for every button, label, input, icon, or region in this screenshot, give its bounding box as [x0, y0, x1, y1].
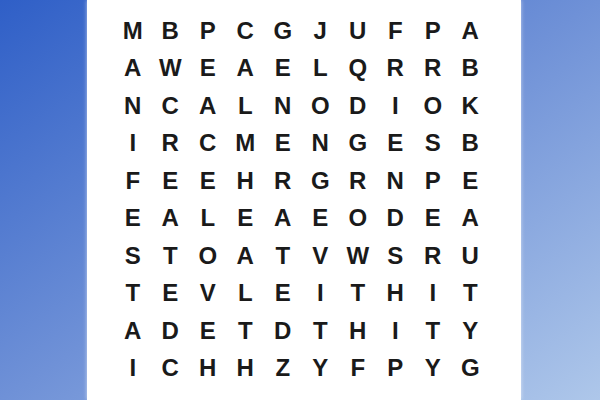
grid-cell[interactable]: F [339, 350, 377, 388]
grid-cell[interactable]: P [189, 12, 227, 50]
grid-cell[interactable]: E [152, 162, 190, 200]
grid-cell[interactable]: A [227, 237, 265, 275]
grid-cell[interactable]: E [264, 275, 302, 313]
grid-cell[interactable]: L [302, 50, 340, 88]
grid-cell[interactable]: V [189, 275, 227, 313]
grid-cell[interactable]: O [339, 200, 377, 238]
grid-cell[interactable]: R [264, 162, 302, 200]
grid-cell[interactable]: O [414, 87, 452, 125]
grid-cell[interactable]: A [152, 200, 190, 238]
grid-cell[interactable]: A [227, 50, 265, 88]
grid-cell[interactable]: G [302, 162, 340, 200]
grid-cell[interactable]: I [114, 350, 152, 388]
grid-cell[interactable]: I [414, 275, 452, 313]
grid-cell[interactable]: D [152, 312, 190, 350]
grid-cell[interactable]: E [152, 275, 190, 313]
grid-cell[interactable]: R [377, 50, 415, 88]
grid-cell[interactable]: A [452, 12, 490, 50]
grid-cell[interactable]: W [152, 50, 190, 88]
grid-cell[interactable]: E [264, 50, 302, 88]
grid-cell[interactable]: Y [302, 350, 340, 388]
grid-cell[interactable]: D [339, 87, 377, 125]
grid-cell[interactable]: H [227, 162, 265, 200]
grid-cell[interactable]: T [302, 312, 340, 350]
grid-cell[interactable]: Y [452, 312, 490, 350]
grid-cell[interactable]: G [339, 125, 377, 163]
grid-cell[interactable]: C [227, 12, 265, 50]
grid-cell[interactable]: P [414, 162, 452, 200]
grid-cell[interactable]: E [189, 162, 227, 200]
grid-cell[interactable]: T [339, 275, 377, 313]
grid-cell[interactable]: T [152, 237, 190, 275]
grid-cell[interactable]: U [339, 12, 377, 50]
grid-cell[interactable]: D [264, 312, 302, 350]
grid-cell[interactable]: K [452, 87, 490, 125]
grid-cell[interactable]: H [339, 312, 377, 350]
grid-cell[interactable]: H [227, 350, 265, 388]
background-gradient: MBPCGJUFPAAWEAELQRRBNCALNODIOKIRCMENGESB… [0, 0, 600, 400]
grid-cell[interactable]: T [414, 312, 452, 350]
grid-cell[interactable]: L [189, 200, 227, 238]
grid-cell[interactable]: O [189, 237, 227, 275]
grid-cell[interactable]: W [339, 237, 377, 275]
grid-cell[interactable]: C [152, 350, 190, 388]
grid-cell[interactable]: R [414, 237, 452, 275]
grid-cell[interactable]: U [452, 237, 490, 275]
grid-cell[interactable]: R [152, 125, 190, 163]
grid-cell[interactable]: B [452, 125, 490, 163]
grid-cell[interactable]: F [377, 12, 415, 50]
grid-cell[interactable]: T [264, 237, 302, 275]
grid-cell[interactable]: S [114, 237, 152, 275]
grid-cell[interactable]: C [152, 87, 190, 125]
grid-cell[interactable]: S [377, 237, 415, 275]
grid-cell[interactable]: Z [264, 350, 302, 388]
grid-cell[interactable]: F [114, 162, 152, 200]
grid-cell[interactable]: R [414, 50, 452, 88]
grid-cell[interactable]: D [377, 200, 415, 238]
grid-cell[interactable]: M [227, 125, 265, 163]
grid-cell[interactable]: N [377, 162, 415, 200]
grid-cell[interactable]: Y [414, 350, 452, 388]
grid-cell[interactable]: E [227, 200, 265, 238]
grid-cell[interactable]: E [264, 125, 302, 163]
grid-cell[interactable]: A [189, 87, 227, 125]
grid-cell[interactable]: M [114, 12, 152, 50]
grid-cell[interactable]: G [452, 350, 490, 388]
grid-cell[interactable]: E [189, 50, 227, 88]
grid-cell[interactable]: O [302, 87, 340, 125]
grid-cell[interactable]: E [189, 312, 227, 350]
grid-cell[interactable]: V [302, 237, 340, 275]
grid-cell[interactable]: H [189, 350, 227, 388]
grid-cell[interactable]: A [114, 50, 152, 88]
grid-cell[interactable]: E [452, 162, 490, 200]
grid-cell[interactable]: N [302, 125, 340, 163]
grid-cell[interactable]: R [339, 162, 377, 200]
grid-cell[interactable]: B [152, 12, 190, 50]
grid-cell[interactable]: H [377, 275, 415, 313]
grid-cell[interactable]: S [414, 125, 452, 163]
grid-cell[interactable]: A [264, 200, 302, 238]
grid-cell[interactable]: E [114, 200, 152, 238]
grid-cell[interactable]: L [227, 275, 265, 313]
grid-cell[interactable]: N [264, 87, 302, 125]
grid-cell[interactable]: J [302, 12, 340, 50]
grid-cell[interactable]: T [227, 312, 265, 350]
grid-cell[interactable]: P [377, 350, 415, 388]
grid-cell[interactable]: P [414, 12, 452, 50]
grid-cell[interactable]: T [114, 275, 152, 313]
puzzle-panel: MBPCGJUFPAAWEAELQRRBNCALNODIOKIRCMENGESB… [87, 0, 521, 400]
grid-cell[interactable]: E [377, 125, 415, 163]
grid-cell[interactable]: T [452, 275, 490, 313]
grid-cell[interactable]: I [114, 125, 152, 163]
grid-cell[interactable]: G [264, 12, 302, 50]
grid-cell[interactable]: E [302, 200, 340, 238]
grid-cell[interactable]: I [377, 87, 415, 125]
grid-cell[interactable]: B [452, 50, 490, 88]
grid-cell[interactable]: C [189, 125, 227, 163]
grid-cell[interactable]: L [227, 87, 265, 125]
grid-cell[interactable]: N [114, 87, 152, 125]
grid-cell[interactable]: A [452, 200, 490, 238]
word-search-grid[interactable]: MBPCGJUFPAAWEAELQRRBNCALNODIOKIRCMENGESB… [114, 12, 489, 387]
grid-cell[interactable]: E [414, 200, 452, 238]
grid-cell[interactable]: I [377, 312, 415, 350]
grid-cell[interactable]: Q [339, 50, 377, 88]
grid-cell[interactable]: A [114, 312, 152, 350]
grid-cell[interactable]: I [302, 275, 340, 313]
